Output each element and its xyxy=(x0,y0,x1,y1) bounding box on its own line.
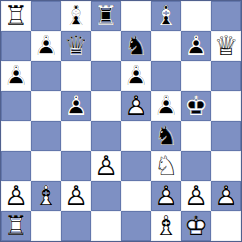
square-e4[interactable] xyxy=(121,121,151,151)
square-f4[interactable]: ♞♘ xyxy=(151,121,181,151)
square-h3[interactable] xyxy=(211,151,241,181)
piece-white-pawn[interactable]: ♟♙ xyxy=(211,181,241,211)
square-h8[interactable] xyxy=(211,1,241,31)
piece-white-rook[interactable]: ♜♖ xyxy=(1,1,31,31)
square-b4[interactable] xyxy=(31,121,61,151)
piece-white-pawn[interactable]: ♟♙ xyxy=(181,181,211,211)
piece-outline-glyph: ♙ xyxy=(61,181,91,211)
square-f8[interactable]: ♝♗ xyxy=(151,1,181,31)
square-h7[interactable]: ♛♕ xyxy=(211,31,241,61)
piece-outline-glyph: ♖ xyxy=(1,1,31,31)
piece-black-bishop[interactable]: ♝♗ xyxy=(151,1,181,31)
square-c6[interactable] xyxy=(61,61,91,91)
square-d6[interactable] xyxy=(91,61,121,91)
square-f3[interactable]: ♞♘ xyxy=(151,151,181,181)
square-c5[interactable]: ♟♙ xyxy=(61,91,91,121)
square-c8[interactable]: ♝♗ xyxy=(61,1,91,31)
square-e1[interactable] xyxy=(121,211,151,241)
square-f2[interactable]: ♟♙ xyxy=(151,181,181,211)
square-f1[interactable]: ♝♗ xyxy=(151,211,181,241)
square-c4[interactable] xyxy=(61,121,91,151)
square-e8[interactable] xyxy=(121,1,151,31)
square-d2[interactable] xyxy=(91,181,121,211)
piece-outline-glyph: ♕ xyxy=(211,31,241,61)
piece-black-knight[interactable]: ♞♘ xyxy=(121,31,151,61)
square-b3[interactable] xyxy=(31,151,61,181)
square-c3[interactable] xyxy=(61,151,91,181)
piece-white-bishop[interactable]: ♝♗ xyxy=(31,181,61,211)
square-h6[interactable] xyxy=(211,61,241,91)
piece-outline-glyph: ♘ xyxy=(151,121,181,151)
square-a8[interactable]: ♜♖ xyxy=(1,1,31,31)
piece-black-pawn[interactable]: ♟♙ xyxy=(61,91,91,121)
piece-white-bishop[interactable]: ♝♗ xyxy=(151,211,181,241)
square-g5[interactable]: ♚♔ xyxy=(181,91,211,121)
piece-outline-glyph: ♘ xyxy=(121,31,151,61)
square-f7[interactable] xyxy=(151,31,181,61)
square-h1[interactable] xyxy=(211,211,241,241)
piece-outline-glyph: ♙ xyxy=(31,31,61,61)
square-a3[interactable] xyxy=(1,151,31,181)
piece-outline-glyph: ♙ xyxy=(121,91,151,121)
square-e6[interactable]: ♟♙ xyxy=(121,61,151,91)
square-b5[interactable] xyxy=(31,91,61,121)
square-e5[interactable]: ♟♙ xyxy=(121,91,151,121)
square-g1[interactable]: ♚♔ xyxy=(181,211,211,241)
square-d8[interactable]: ♜♖ xyxy=(91,1,121,31)
square-a4[interactable] xyxy=(1,121,31,151)
piece-white-king[interactable]: ♚♔ xyxy=(181,211,211,241)
piece-white-pawn[interactable]: ♟♙ xyxy=(121,91,151,121)
square-f6[interactable] xyxy=(151,61,181,91)
piece-outline-glyph: ♖ xyxy=(91,1,121,31)
piece-black-rook[interactable]: ♜♖ xyxy=(91,1,121,31)
square-a2[interactable]: ♟♙ xyxy=(1,181,31,211)
square-a5[interactable] xyxy=(1,91,31,121)
square-e3[interactable] xyxy=(121,151,151,181)
piece-black-knight[interactable]: ♞♘ xyxy=(151,121,181,151)
chess-board: ♜♖♝♗♜♖♝♗♟♙♛♕♞♘♟♙♛♕♟♙♟♙♟♙♟♙♟♙♚♔♞♘♟♙♞♘♟♙♝♗… xyxy=(0,0,242,242)
square-h5[interactable] xyxy=(211,91,241,121)
square-a1[interactable]: ♜♖ xyxy=(1,211,31,241)
piece-outline-glyph: ♙ xyxy=(181,31,211,61)
square-g3[interactable] xyxy=(181,151,211,181)
piece-outline-glyph: ♙ xyxy=(1,181,31,211)
square-c1[interactable] xyxy=(61,211,91,241)
square-g7[interactable]: ♟♙ xyxy=(181,31,211,61)
piece-outline-glyph: ♙ xyxy=(91,151,121,181)
square-b1[interactable] xyxy=(31,211,61,241)
square-g6[interactable] xyxy=(181,61,211,91)
square-d5[interactable] xyxy=(91,91,121,121)
piece-black-queen[interactable]: ♛♕ xyxy=(61,31,91,61)
piece-black-pawn[interactable]: ♟♙ xyxy=(121,61,151,91)
piece-outline-glyph: ♕ xyxy=(61,31,91,61)
square-h2[interactable]: ♟♙ xyxy=(211,181,241,211)
square-g4[interactable] xyxy=(181,121,211,151)
square-d3[interactable]: ♟♙ xyxy=(91,151,121,181)
piece-white-pawn[interactable]: ♟♙ xyxy=(91,151,121,181)
piece-outline-glyph: ♘ xyxy=(151,151,181,181)
square-g2[interactable]: ♟♙ xyxy=(181,181,211,211)
piece-outline-glyph: ♙ xyxy=(61,91,91,121)
square-f5[interactable]: ♟♙ xyxy=(151,91,181,121)
square-b8[interactable] xyxy=(31,1,61,31)
piece-white-knight[interactable]: ♞♘ xyxy=(151,151,181,181)
piece-white-pawn[interactable]: ♟♙ xyxy=(61,181,91,211)
piece-white-queen[interactable]: ♛♕ xyxy=(211,31,241,61)
square-d7[interactable] xyxy=(91,31,121,61)
piece-black-pawn[interactable]: ♟♙ xyxy=(151,91,181,121)
piece-outline-glyph: ♙ xyxy=(121,61,151,91)
piece-black-pawn[interactable]: ♟♙ xyxy=(1,61,31,91)
square-a6[interactable]: ♟♙ xyxy=(1,61,31,91)
square-e7[interactable]: ♞♘ xyxy=(121,31,151,61)
piece-black-king[interactable]: ♚♔ xyxy=(181,91,211,121)
square-c2[interactable]: ♟♙ xyxy=(61,181,91,211)
piece-outline-glyph: ♙ xyxy=(211,181,241,211)
piece-outline-glyph: ♗ xyxy=(151,211,181,241)
square-b2[interactable]: ♝♗ xyxy=(31,181,61,211)
piece-black-pawn[interactable]: ♟♙ xyxy=(181,31,211,61)
piece-outline-glyph: ♔ xyxy=(181,211,211,241)
square-d1[interactable] xyxy=(91,211,121,241)
square-d4[interactable] xyxy=(91,121,121,151)
square-b7[interactable]: ♟♙ xyxy=(31,31,61,61)
square-e2[interactable] xyxy=(121,181,151,211)
piece-outline-glyph: ♗ xyxy=(151,1,181,31)
piece-outline-glyph: ♙ xyxy=(181,181,211,211)
piece-black-pawn[interactable]: ♟♙ xyxy=(31,31,61,61)
square-a7[interactable] xyxy=(1,31,31,61)
piece-white-rook[interactable]: ♜♖ xyxy=(1,211,31,241)
piece-outline-glyph: ♔ xyxy=(181,91,211,121)
piece-outline-glyph: ♗ xyxy=(61,1,91,31)
piece-outline-glyph: ♗ xyxy=(31,181,61,211)
piece-outline-glyph: ♙ xyxy=(151,91,181,121)
piece-black-bishop[interactable]: ♝♗ xyxy=(61,1,91,31)
piece-outline-glyph: ♙ xyxy=(1,61,31,91)
square-b6[interactable] xyxy=(31,61,61,91)
square-c7[interactable]: ♛♕ xyxy=(61,31,91,61)
piece-white-pawn[interactable]: ♟♙ xyxy=(151,181,181,211)
square-g8[interactable] xyxy=(181,1,211,31)
piece-outline-glyph: ♖ xyxy=(1,211,31,241)
square-h4[interactable] xyxy=(211,121,241,151)
piece-white-pawn[interactable]: ♟♙ xyxy=(1,181,31,211)
piece-outline-glyph: ♙ xyxy=(151,181,181,211)
